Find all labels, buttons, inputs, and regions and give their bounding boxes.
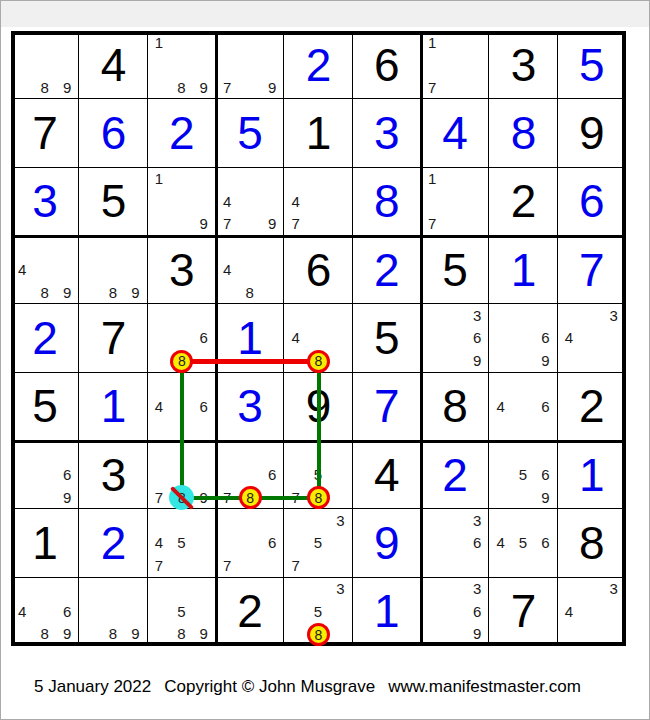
pencil-marks: 69 [489, 304, 556, 371]
cell-r9c2[interactable]: 89 [79, 578, 147, 646]
candidate-digit: 9 [534, 349, 556, 371]
candidate-digit: 9 [261, 76, 283, 98]
pencil-marks: 34 [558, 578, 625, 645]
given-digit: 7 [489, 578, 556, 645]
candidate-digit: 6 [534, 395, 556, 417]
solved-digit: 7 [558, 236, 625, 303]
pencil-marks: 67 [216, 509, 283, 576]
pencil-marks: 189 [148, 31, 215, 98]
pencil-marks: 46 [148, 373, 215, 440]
given-digit: 2 [216, 578, 283, 645]
solved-digit: 2 [353, 236, 420, 303]
given-digit: 3 [79, 441, 146, 508]
cell-r5c8[interactable]: 69 [489, 304, 557, 372]
pencil-marks: 34 [558, 304, 625, 371]
candidate-digit: 3 [329, 509, 351, 531]
cell-r9c1[interactable]: 4689 [11, 578, 79, 646]
solved-digit: 3 [353, 99, 420, 166]
cell-r1c7[interactable]: 17 [421, 31, 489, 99]
candidate-digit: 5 [170, 532, 192, 554]
cell-r2c3[interactable]: 2 [148, 99, 216, 167]
candidate-digit: 3 [466, 509, 488, 531]
cell-r5c4[interactable]: 1 [216, 304, 284, 372]
cell-r6c8[interactable]: 46 [489, 373, 557, 441]
candidate-digit: 7 [148, 486, 170, 508]
cell-r5c7[interactable]: 369 [421, 304, 489, 372]
cell-r1c5[interactable]: 2 [284, 31, 352, 99]
given-digit: 5 [79, 168, 146, 235]
cell-r9c7[interactable]: 369 [421, 578, 489, 646]
candidate-digit: 5 [307, 532, 329, 554]
candidate-digit: 4 [284, 327, 306, 349]
cell-r7c1[interactable]: 69 [11, 441, 79, 509]
given-digit: 9 [284, 373, 351, 440]
cell-r4c7[interactable]: 5 [421, 236, 489, 304]
candidate-digit: 9 [124, 281, 146, 303]
candidate-digit: 5 [512, 532, 534, 554]
candidate-digit: 8 [102, 281, 124, 303]
solved-digit: 1 [353, 578, 420, 645]
candidate-digit: 4 [558, 600, 580, 622]
solved-digit: 7 [353, 373, 420, 440]
candidate-digit: 4 [216, 258, 238, 280]
solved-digit: 6 [79, 99, 146, 166]
cell-r1c4[interactable]: 79 [216, 31, 284, 99]
solved-digit: 6 [558, 168, 625, 235]
cell-r6c7[interactable]: 8 [421, 373, 489, 441]
candidate-digit: 9 [124, 623, 146, 645]
cell-r6c1[interactable]: 5 [11, 373, 79, 441]
candidate-digit: 9 [56, 281, 78, 303]
cell-r3c8[interactable]: 2 [489, 168, 557, 236]
cell-r7c2[interactable]: 3 [79, 441, 147, 509]
candidate-digit: 8 [170, 76, 192, 98]
candidate-digit: 9 [56, 76, 78, 98]
top-band [1, 1, 650, 27]
solved-digit: 2 [284, 31, 351, 98]
pencil-marks: 48 [216, 236, 283, 303]
cell-r1c6[interactable]: 6 [353, 31, 421, 99]
footer-copyright: Copyright © John Musgrave [164, 677, 375, 697]
cell-r7c9[interactable]: 1 [558, 441, 626, 509]
candidate-digit: 6 [193, 395, 215, 417]
cell-r8c3[interactable]: 457 [148, 509, 216, 577]
candidate-digit: 7 [216, 486, 238, 508]
pencil-marks: 69 [11, 441, 78, 508]
cell-r5c2[interactable]: 7 [79, 304, 147, 372]
candidate-digit: 4 [148, 532, 170, 554]
elimination-slash [170, 486, 194, 510]
candidate-digit: 8 [33, 623, 55, 645]
candidate-digit: 4 [11, 600, 33, 622]
candidate-digit: 4 [11, 258, 33, 280]
candidate-digit: 3 [603, 578, 625, 600]
page: 8941897926173576251348935194794781726489… [0, 0, 650, 720]
cell-r9c3[interactable]: 589 [148, 578, 216, 646]
candidate-digit: 8 [102, 623, 124, 645]
candidate-digit: 4 [216, 190, 238, 212]
cell-r4c2[interactable]: 89 [79, 236, 147, 304]
highlighted-candidate-circle: 8 [239, 486, 262, 509]
candidate-digit: 1 [148, 31, 170, 53]
solved-digit: 3 [11, 168, 78, 235]
candidate-digit: 4 [148, 395, 170, 417]
cell-r9c9[interactable]: 34 [558, 578, 626, 646]
pencil-marks: 457 [148, 509, 215, 576]
given-digit: 5 [11, 373, 78, 440]
solved-digit: 5 [558, 31, 625, 98]
cell-r4c1[interactable]: 489 [11, 236, 79, 304]
candidate-digit: 3 [466, 578, 488, 600]
candidate-digit: 1 [421, 168, 443, 190]
eliminated-candidate-circle: 8 [169, 485, 194, 510]
candidate-digit: 6 [534, 463, 556, 485]
pencil-marks: 79 [216, 31, 283, 98]
cell-r6c6[interactable]: 7 [353, 373, 421, 441]
solved-digit: 9 [353, 509, 420, 576]
candidate-digit: 3 [329, 578, 351, 600]
candidate-digit: 9 [261, 213, 283, 235]
candidate-digit: 9 [534, 486, 556, 508]
candidate-digit: 9 [193, 76, 215, 98]
given-digit: 7 [79, 304, 146, 371]
candidate-digit: 3 [466, 304, 488, 326]
candidate-digit: 6 [261, 463, 283, 485]
candidate-digit: 8 [33, 281, 55, 303]
solved-digit: 1 [79, 373, 146, 440]
candidate-digit: 4 [489, 395, 511, 417]
cell-r3c2[interactable]: 5 [79, 168, 147, 236]
solved-digit: 8 [489, 99, 556, 166]
cell-r3c3[interactable]: 19 [148, 168, 216, 236]
cell-r6c5[interactable]: 9 [284, 373, 352, 441]
solved-digit: 1 [558, 441, 625, 508]
candidate-digit: 6 [466, 532, 488, 554]
highlighted-candidate-circle: 8 [170, 350, 193, 373]
highlighted-candidate-circle: 8 [307, 350, 330, 373]
cell-r3c5[interactable]: 47 [284, 168, 352, 236]
candidate-digit: 1 [421, 31, 443, 53]
cell-r8c4[interactable]: 67 [216, 509, 284, 577]
cell-r7c8[interactable]: 569 [489, 441, 557, 509]
pencil-marks: 46 [489, 373, 556, 440]
candidate-digit: 7 [421, 213, 443, 235]
given-digit: 1 [11, 509, 78, 576]
cell-r8c6[interactable]: 9 [353, 509, 421, 577]
pencil-marks: 489 [11, 236, 78, 303]
pencil-marks: 89 [79, 578, 146, 645]
cell-r8c8[interactable]: 456 [489, 509, 557, 577]
pencil-marks: 479 [216, 168, 283, 235]
cell-r6c2[interactable]: 1 [79, 373, 147, 441]
cell-r5c9[interactable]: 34 [558, 304, 626, 372]
candidate-digit: 9 [193, 213, 215, 235]
cell-r8c9[interactable]: 8 [558, 509, 626, 577]
pencil-marks: 369 [421, 304, 488, 371]
candidate-digit: 5 [307, 463, 329, 485]
cell-r1c8[interactable]: 3 [489, 31, 557, 99]
pencil-marks: 36 [421, 509, 488, 576]
candidate-digit: 6 [56, 463, 78, 485]
cell-r2c7[interactable]: 4 [421, 99, 489, 167]
candidate-digit: 6 [193, 327, 215, 349]
given-digit: 2 [558, 373, 625, 440]
cell-r2c5[interactable]: 1 [284, 99, 352, 167]
pencil-marks: 19 [148, 168, 215, 235]
candidate-digit: 5 [307, 600, 329, 622]
cell-r7c7[interactable]: 2 [421, 441, 489, 509]
cell-r8c5[interactable]: 357 [284, 509, 352, 577]
cell-r5c6[interactable]: 5 [353, 304, 421, 372]
cell-r2c6[interactable]: 3 [353, 99, 421, 167]
given-digit: 3 [489, 31, 556, 98]
cell-r9c8[interactable]: 7 [489, 578, 557, 646]
cell-r6c4[interactable]: 3 [216, 373, 284, 441]
pencil-marks: 47 [284, 168, 351, 235]
footer-website: www.manifestmaster.com [388, 677, 581, 697]
cell-r2c2[interactable]: 6 [79, 99, 147, 167]
cell-r2c1[interactable]: 7 [11, 99, 79, 167]
given-digit: 7 [11, 99, 78, 166]
cell-r2c8[interactable]: 8 [489, 99, 557, 167]
candidate-digit: 5 [512, 463, 534, 485]
solved-digit: 8 [353, 168, 420, 235]
given-digit: 8 [421, 373, 488, 440]
cell-r3c4[interactable]: 479 [216, 168, 284, 236]
solved-digit: 4 [421, 99, 488, 166]
pencil-marks: 589 [148, 578, 215, 645]
solved-digit: 2 [11, 304, 78, 371]
cell-r7c6[interactable]: 4 [353, 441, 421, 509]
candidate-digit: 6 [261, 532, 283, 554]
pencil-marks: 569 [489, 441, 556, 508]
given-digit: 8 [558, 509, 625, 576]
candidate-digit: 7 [284, 554, 306, 576]
solved-digit: 3 [216, 373, 283, 440]
candidate-digit: 6 [466, 327, 488, 349]
pencil-marks: 357 [284, 509, 351, 576]
given-digit: 9 [558, 99, 625, 166]
candidate-digit: 6 [534, 532, 556, 554]
candidate-digit: 9 [56, 623, 78, 645]
given-digit: 4 [79, 31, 146, 98]
candidate-digit: 7 [421, 76, 443, 98]
given-digit: 2 [489, 168, 556, 235]
given-digit: 5 [353, 304, 420, 371]
cell-r8c2[interactable]: 2 [79, 509, 147, 577]
pencil-marks: 89 [11, 31, 78, 98]
cell-r8c7[interactable]: 36 [421, 509, 489, 577]
footer: 5 January 2022 Copyright © John Musgrave… [34, 677, 581, 697]
cell-r2c9[interactable]: 9 [558, 99, 626, 167]
pencil-marks: 369 [421, 578, 488, 645]
candidate-digit: 7 [216, 213, 238, 235]
cell-r1c1[interactable]: 89 [11, 31, 79, 99]
pencil-marks: 456 [489, 509, 556, 576]
candidate-digit: 4 [489, 532, 511, 554]
candidate-digit: 3 [603, 304, 625, 326]
candidate-digit: 7 [284, 213, 306, 235]
candidate-digit: 7 [284, 486, 306, 508]
candidate-digit: 8 [170, 623, 192, 645]
candidate-digit: 4 [558, 327, 580, 349]
pencil-marks: 4689 [11, 578, 78, 645]
pencil-marks: 17 [421, 168, 488, 235]
cell-r4c5[interactable]: 6 [284, 236, 352, 304]
candidate-digit: 9 [466, 349, 488, 371]
cell-r1c9[interactable]: 5 [558, 31, 626, 99]
candidate-digit: 8 [33, 76, 55, 98]
cell-r4c3[interactable]: 3 [148, 236, 216, 304]
given-digit: 1 [284, 99, 351, 166]
cell-r9c4[interactable]: 2 [216, 578, 284, 646]
cell-r4c9[interactable]: 7 [558, 236, 626, 304]
solved-digit: 1 [216, 304, 283, 371]
cell-r3c9[interactable]: 6 [558, 168, 626, 236]
cell-r8c1[interactable]: 1 [11, 509, 79, 577]
solved-digit: 2 [79, 509, 146, 576]
pencil-marks: 17 [421, 31, 488, 98]
candidate-digit: 8 [238, 281, 260, 303]
candidate-digit: 6 [466, 600, 488, 622]
cell-r3c7[interactable]: 17 [421, 168, 489, 236]
cell-r4c8[interactable]: 1 [489, 236, 557, 304]
cell-r5c1[interactable]: 2 [11, 304, 79, 372]
solved-digit: 2 [148, 99, 215, 166]
candidate-digit: 9 [193, 623, 215, 645]
given-digit: 6 [353, 31, 420, 98]
solved-digit: 5 [216, 99, 283, 166]
candidate-digit: 5 [170, 600, 192, 622]
candidate-digit: 7 [216, 76, 238, 98]
pencil-marks: 89 [79, 236, 146, 303]
candidate-digit: 9 [56, 486, 78, 508]
highlighted-candidate-circle: 8 [307, 623, 330, 646]
solved-digit: 2 [421, 441, 488, 508]
cell-r6c3[interactable]: 46 [148, 373, 216, 441]
given-digit: 4 [353, 441, 420, 508]
given-digit: 5 [421, 236, 488, 303]
cell-r1c2[interactable]: 4 [79, 31, 147, 99]
cell-r3c6[interactable]: 8 [353, 168, 421, 236]
candidate-digit: 7 [148, 554, 170, 576]
sudoku-board: 8941897926173576251348935194794781726489… [11, 31, 626, 646]
candidate-digit: 9 [466, 623, 488, 645]
cell-r4c4[interactable]: 48 [216, 236, 284, 304]
cell-r3c1[interactable]: 3 [11, 168, 79, 236]
cell-r9c6[interactable]: 1 [353, 578, 421, 646]
cell-r2c4[interactable]: 5 [216, 99, 284, 167]
solved-digit: 1 [489, 236, 556, 303]
footer-date: 5 January 2022 [34, 677, 151, 697]
candidate-digit: 7 [216, 554, 238, 576]
candidate-digit: 4 [284, 190, 306, 212]
cell-r6c9[interactable]: 2 [558, 373, 626, 441]
candidate-digit: 1 [148, 168, 170, 190]
cell-r1c3[interactable]: 189 [148, 31, 216, 99]
given-digit: 6 [284, 236, 351, 303]
cell-r4c6[interactable]: 2 [353, 236, 421, 304]
candidate-digit: 6 [56, 600, 78, 622]
candidate-digit: 9 [193, 486, 215, 508]
given-digit: 3 [148, 236, 215, 303]
candidate-digit: 6 [534, 327, 556, 349]
